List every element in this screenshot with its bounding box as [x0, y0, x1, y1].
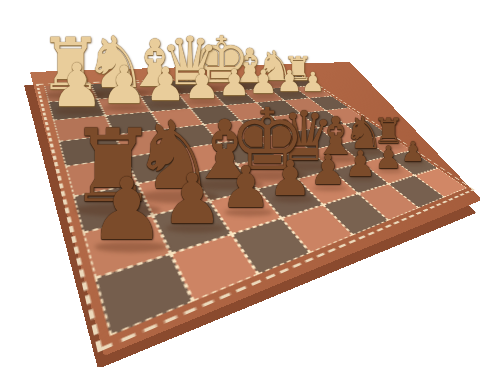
chess-set-photo: ♜♞♝♛♚♝♞♜♟♟♟♟♟♟♟♟♜♞♝♚♛♝♞♜♟♟♟♟♟♟♟♟ — [0, 0, 480, 367]
